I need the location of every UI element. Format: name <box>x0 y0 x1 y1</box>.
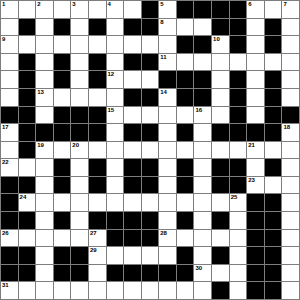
white-cell[interactable] <box>247 54 264 71</box>
black-cell <box>212 159 229 176</box>
black-cell <box>89 71 106 88</box>
white-cell[interactable]: 12 <box>107 71 124 88</box>
black-cell <box>142 89 159 106</box>
white-cell[interactable] <box>1 142 18 159</box>
black-cell <box>265 212 282 229</box>
white-cell[interactable] <box>282 265 299 282</box>
white-cell[interactable]: 2 <box>36 1 53 18</box>
white-cell[interactable] <box>36 212 53 229</box>
black-cell <box>265 124 282 141</box>
black-cell <box>177 1 194 18</box>
white-cell[interactable] <box>212 194 229 211</box>
white-cell[interactable] <box>36 194 53 211</box>
black-cell <box>177 212 194 229</box>
white-cell[interactable] <box>142 247 159 264</box>
white-cell[interactable] <box>230 282 247 299</box>
black-cell <box>230 107 247 124</box>
black-cell <box>1 107 18 124</box>
black-cell <box>19 71 36 88</box>
white-cell[interactable]: 24 <box>19 194 36 211</box>
white-cell[interactable] <box>89 36 106 53</box>
black-cell <box>89 54 106 71</box>
black-cell <box>1 265 18 282</box>
black-cell <box>19 142 36 159</box>
white-cell[interactable] <box>71 282 88 299</box>
white-cell[interactable]: 11 <box>159 54 176 71</box>
white-cell[interactable]: 20 <box>71 142 88 159</box>
white-cell[interactable] <box>194 212 211 229</box>
white-cell[interactable]: 16 <box>194 107 211 124</box>
black-cell <box>247 230 264 247</box>
white-cell[interactable] <box>159 247 176 264</box>
white-cell[interactable] <box>142 71 159 88</box>
white-cell[interactable] <box>89 265 106 282</box>
black-cell <box>247 247 264 264</box>
white-cell[interactable] <box>1 71 18 88</box>
clue-number: 17 <box>2 124 9 131</box>
white-cell[interactable] <box>230 247 247 264</box>
white-cell[interactable] <box>159 282 176 299</box>
white-cell[interactable] <box>230 54 247 71</box>
white-cell[interactable]: 21 <box>247 142 264 159</box>
white-cell[interactable] <box>212 71 229 88</box>
white-cell[interactable] <box>282 177 299 194</box>
white-cell[interactable] <box>265 1 282 18</box>
black-cell <box>54 19 71 36</box>
black-cell <box>89 159 106 176</box>
black-cell <box>142 265 159 282</box>
black-cell <box>265 71 282 88</box>
white-cell[interactable]: 15 <box>107 107 124 124</box>
black-cell <box>142 159 159 176</box>
white-cell[interactable] <box>159 36 176 53</box>
crossword-grid: 1234567891011121314151617181920212223242… <box>0 0 300 300</box>
white-cell[interactable] <box>54 36 71 53</box>
white-cell[interactable] <box>89 282 106 299</box>
white-cell[interactable] <box>54 282 71 299</box>
white-cell[interactable] <box>159 159 176 176</box>
white-cell[interactable] <box>89 142 106 159</box>
white-cell[interactable] <box>194 124 211 141</box>
clue-number: 11 <box>160 54 166 61</box>
clue-number: 25 <box>231 194 238 201</box>
black-cell <box>89 212 106 229</box>
black-cell <box>71 247 88 264</box>
white-cell[interactable] <box>71 194 88 211</box>
white-cell[interactable] <box>230 230 247 247</box>
black-cell <box>265 282 282 299</box>
white-cell[interactable] <box>142 36 159 53</box>
white-cell[interactable]: 1 <box>1 1 18 18</box>
crossword-board: 1234567891011121314151617181920212223242… <box>0 0 300 300</box>
white-cell[interactable] <box>212 142 229 159</box>
black-cell <box>1 247 18 264</box>
black-cell <box>230 89 247 106</box>
black-cell <box>1 194 18 211</box>
black-cell <box>19 265 36 282</box>
white-cell[interactable] <box>71 159 88 176</box>
black-cell <box>194 71 211 88</box>
white-cell[interactable]: 25 <box>230 194 247 211</box>
clue-number: 23 <box>248 177 255 184</box>
black-cell <box>107 212 124 229</box>
white-cell[interactable] <box>124 107 141 124</box>
white-cell[interactable] <box>54 142 71 159</box>
white-cell[interactable] <box>212 54 229 71</box>
clue-number: 28 <box>160 230 167 237</box>
white-cell[interactable] <box>177 19 194 36</box>
white-cell[interactable] <box>230 265 247 282</box>
white-cell[interactable] <box>54 1 71 18</box>
black-cell <box>142 230 159 247</box>
clue-number: 30 <box>195 265 202 272</box>
black-cell <box>265 19 282 36</box>
white-cell[interactable] <box>54 89 71 106</box>
black-cell <box>177 89 194 106</box>
clue-number: 29 <box>90 247 97 254</box>
clue-number: 15 <box>108 107 115 114</box>
white-cell[interactable] <box>282 19 299 36</box>
white-cell[interactable] <box>177 282 194 299</box>
white-cell[interactable] <box>71 212 88 229</box>
black-cell <box>54 107 71 124</box>
clue-number: 31 <box>2 282 9 289</box>
white-cell[interactable] <box>54 230 71 247</box>
white-cell[interactable] <box>159 177 176 194</box>
black-cell <box>54 177 71 194</box>
black-cell <box>282 107 299 124</box>
white-cell[interactable] <box>124 36 141 53</box>
white-cell[interactable] <box>159 194 176 211</box>
clue-number: 22 <box>2 159 9 166</box>
white-cell[interactable] <box>212 265 229 282</box>
white-cell[interactable] <box>36 159 53 176</box>
white-cell[interactable]: 5 <box>159 1 176 18</box>
white-cell[interactable]: 28 <box>159 230 176 247</box>
white-cell[interactable] <box>142 194 159 211</box>
white-cell[interactable] <box>159 107 176 124</box>
black-cell <box>247 212 264 229</box>
white-cell[interactable] <box>265 177 282 194</box>
white-cell[interactable] <box>265 54 282 71</box>
white-cell[interactable] <box>71 177 88 194</box>
clue-number: 4 <box>108 1 111 8</box>
white-cell[interactable] <box>107 282 124 299</box>
clue-number: 7 <box>283 1 286 8</box>
white-cell[interactable] <box>19 230 36 247</box>
white-cell[interactable] <box>265 142 282 159</box>
black-cell <box>212 124 229 141</box>
black-cell <box>1 212 18 229</box>
black-cell <box>54 124 71 141</box>
white-cell[interactable] <box>282 194 299 211</box>
black-cell <box>212 1 229 18</box>
white-cell[interactable] <box>107 19 124 36</box>
white-cell[interactable] <box>36 54 53 71</box>
black-cell <box>19 54 36 71</box>
white-cell[interactable] <box>230 212 247 229</box>
black-cell <box>265 265 282 282</box>
black-cell <box>230 1 247 18</box>
black-cell <box>124 19 141 36</box>
white-cell[interactable] <box>230 142 247 159</box>
white-cell[interactable] <box>142 107 159 124</box>
black-cell <box>265 89 282 106</box>
white-cell[interactable] <box>177 230 194 247</box>
white-cell[interactable]: 8 <box>159 19 176 36</box>
clue-number: 9 <box>2 36 5 43</box>
black-cell <box>124 265 141 282</box>
white-cell[interactable] <box>194 177 211 194</box>
black-cell <box>230 19 247 36</box>
white-cell[interactable] <box>124 247 141 264</box>
white-cell[interactable] <box>194 194 211 211</box>
clue-number: 20 <box>72 142 79 149</box>
black-cell <box>177 124 194 141</box>
white-cell[interactable] <box>19 1 36 18</box>
white-cell[interactable] <box>247 107 264 124</box>
white-cell[interactable] <box>194 247 211 264</box>
white-cell[interactable]: 13 <box>36 89 53 106</box>
black-cell <box>124 177 141 194</box>
white-cell[interactable] <box>282 230 299 247</box>
white-cell[interactable] <box>247 36 264 53</box>
white-cell[interactable] <box>36 230 53 247</box>
white-cell[interactable] <box>142 282 159 299</box>
white-cell[interactable]: 7 <box>282 1 299 18</box>
white-cell[interactable]: 4 <box>107 1 124 18</box>
black-cell <box>177 36 194 53</box>
black-cell <box>19 107 36 124</box>
white-cell[interactable]: 19 <box>36 142 53 159</box>
white-cell[interactable] <box>36 265 53 282</box>
white-cell[interactable] <box>107 177 124 194</box>
white-cell[interactable] <box>194 142 211 159</box>
white-cell[interactable] <box>107 194 124 211</box>
white-cell[interactable] <box>247 19 264 36</box>
black-cell <box>230 177 247 194</box>
clue-number: 1 <box>2 1 5 8</box>
black-cell <box>19 177 36 194</box>
black-cell <box>177 177 194 194</box>
black-cell <box>71 107 88 124</box>
white-cell[interactable] <box>107 142 124 159</box>
white-cell[interactable] <box>1 19 18 36</box>
white-cell[interactable] <box>177 194 194 211</box>
white-cell[interactable] <box>194 230 211 247</box>
white-cell[interactable] <box>159 142 176 159</box>
white-cell[interactable] <box>142 142 159 159</box>
white-cell[interactable] <box>71 230 88 247</box>
black-cell <box>265 247 282 264</box>
white-cell[interactable] <box>89 1 106 18</box>
black-cell <box>19 19 36 36</box>
black-cell <box>19 212 36 229</box>
black-cell <box>89 107 106 124</box>
white-cell[interactable] <box>212 230 229 247</box>
white-cell[interactable] <box>36 36 53 53</box>
white-cell[interactable] <box>124 142 141 159</box>
black-cell <box>194 89 211 106</box>
white-cell[interactable] <box>107 159 124 176</box>
white-cell[interactable] <box>282 159 299 176</box>
black-cell <box>265 159 282 176</box>
white-cell[interactable]: 6 <box>247 1 264 18</box>
white-cell[interactable] <box>36 107 53 124</box>
black-cell <box>177 71 194 88</box>
black-cell <box>1 177 18 194</box>
white-cell[interactable] <box>282 89 299 106</box>
white-cell[interactable] <box>212 89 229 106</box>
white-cell[interactable] <box>71 71 88 88</box>
black-cell <box>124 124 141 141</box>
white-cell[interactable] <box>177 54 194 71</box>
white-cell[interactable] <box>19 36 36 53</box>
white-cell[interactable] <box>36 177 53 194</box>
black-cell <box>54 212 71 229</box>
white-cell[interactable] <box>71 36 88 53</box>
white-cell[interactable] <box>36 247 53 264</box>
white-cell[interactable] <box>36 19 53 36</box>
white-cell[interactable] <box>194 282 211 299</box>
black-cell <box>142 54 159 71</box>
black-cell <box>124 89 141 106</box>
black-cell <box>212 212 229 229</box>
white-cell[interactable] <box>19 282 36 299</box>
black-cell <box>265 107 282 124</box>
white-cell[interactable] <box>89 89 106 106</box>
white-cell[interactable]: 18 <box>282 124 299 141</box>
clue-number: 16 <box>195 107 202 114</box>
white-cell[interactable]: 23 <box>247 177 264 194</box>
black-cell <box>19 247 36 264</box>
black-cell <box>107 265 124 282</box>
black-cell <box>142 1 159 18</box>
black-cell <box>124 212 141 229</box>
white-cell[interactable]: 9 <box>1 36 18 53</box>
white-cell[interactable] <box>107 89 124 106</box>
white-cell[interactable] <box>194 159 211 176</box>
black-cell <box>194 36 211 53</box>
black-cell <box>124 54 141 71</box>
clue-number: 14 <box>160 89 167 96</box>
white-cell[interactable] <box>194 19 211 36</box>
black-cell <box>89 177 106 194</box>
black-cell <box>89 19 106 36</box>
clue-number: 26 <box>2 230 9 237</box>
white-cell[interactable]: 14 <box>159 89 176 106</box>
black-cell <box>230 159 247 176</box>
black-cell <box>177 247 194 264</box>
white-cell[interactable] <box>124 194 141 211</box>
white-cell[interactable] <box>177 107 194 124</box>
black-cell <box>159 71 176 88</box>
black-cell <box>124 230 141 247</box>
black-cell <box>142 19 159 36</box>
white-cell[interactable]: 3 <box>71 1 88 18</box>
white-cell[interactable]: 30 <box>194 265 211 282</box>
white-cell[interactable] <box>282 282 299 299</box>
black-cell <box>142 177 159 194</box>
white-cell[interactable] <box>1 89 18 106</box>
black-cell <box>212 177 229 194</box>
white-cell[interactable]: 27 <box>89 230 106 247</box>
black-cell <box>265 36 282 53</box>
white-cell[interactable] <box>107 54 124 71</box>
black-cell <box>247 194 264 211</box>
black-cell <box>54 159 71 176</box>
black-cell <box>247 282 264 299</box>
white-cell[interactable] <box>159 124 176 141</box>
white-cell[interactable] <box>282 54 299 71</box>
clue-number: 27 <box>90 230 97 237</box>
white-cell[interactable]: 22 <box>1 159 18 176</box>
black-cell <box>54 265 71 282</box>
white-cell[interactable] <box>54 194 71 211</box>
black-cell <box>142 124 159 141</box>
clue-number: 19 <box>37 142 44 149</box>
black-cell <box>265 194 282 211</box>
white-cell[interactable] <box>71 19 88 36</box>
white-cell[interactable] <box>177 142 194 159</box>
white-cell[interactable]: 17 <box>1 124 18 141</box>
black-cell <box>54 54 71 71</box>
white-cell[interactable] <box>71 54 88 71</box>
white-cell[interactable] <box>282 36 299 53</box>
white-cell[interactable]: 26 <box>1 230 18 247</box>
black-cell <box>142 212 159 229</box>
white-cell[interactable] <box>124 282 141 299</box>
white-cell[interactable] <box>247 159 264 176</box>
white-cell[interactable] <box>282 212 299 229</box>
white-cell[interactable] <box>247 71 264 88</box>
white-cell[interactable] <box>124 71 141 88</box>
white-cell[interactable] <box>36 282 53 299</box>
clue-number: 10 <box>213 36 220 43</box>
white-cell[interactable] <box>36 71 53 88</box>
white-cell[interactable]: 10 <box>212 36 229 53</box>
white-cell[interactable] <box>107 124 124 141</box>
white-cell[interactable] <box>107 247 124 264</box>
white-cell[interactable] <box>282 71 299 88</box>
white-cell[interactable] <box>71 89 88 106</box>
black-cell <box>89 124 106 141</box>
white-cell[interactable] <box>89 194 106 211</box>
clue-number: 18 <box>283 124 290 131</box>
white-cell[interactable] <box>107 36 124 53</box>
white-cell[interactable] <box>247 89 264 106</box>
black-cell <box>36 124 53 141</box>
white-cell[interactable] <box>212 107 229 124</box>
white-cell[interactable] <box>1 54 18 71</box>
black-cell <box>124 159 141 176</box>
white-cell[interactable] <box>194 54 211 71</box>
clue-number: 5 <box>160 1 163 8</box>
white-cell[interactable] <box>159 212 176 229</box>
white-cell[interactable]: 29 <box>89 247 106 264</box>
white-cell[interactable] <box>124 1 141 18</box>
white-cell[interactable] <box>19 159 36 176</box>
clue-number: 12 <box>108 71 115 78</box>
black-cell <box>19 124 36 141</box>
black-cell <box>54 247 71 264</box>
clue-number: 13 <box>37 89 44 96</box>
white-cell[interactable] <box>282 142 299 159</box>
black-cell <box>212 19 229 36</box>
white-cell[interactable]: 31 <box>1 282 18 299</box>
white-cell[interactable] <box>282 247 299 264</box>
clue-number: 6 <box>248 1 251 8</box>
